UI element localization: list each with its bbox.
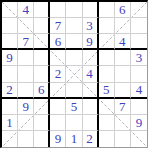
- cell-r1c9[interactable]: [131, 2, 147, 18]
- cell-r9c2[interactable]: [18, 131, 34, 147]
- cell-r2c3[interactable]: [34, 18, 50, 34]
- cell-r4c1[interactable]: 9: [2, 50, 18, 66]
- cell-r2c9[interactable]: [131, 18, 147, 34]
- cell-r4c2[interactable]: [18, 50, 34, 66]
- cell-r7c5[interactable]: 5: [66, 99, 82, 115]
- cell-r2c7[interactable]: [99, 18, 115, 34]
- cell-r3c9[interactable]: [131, 34, 147, 50]
- cell-r9c7[interactable]: [99, 131, 115, 147]
- cell-r3c1[interactable]: [2, 34, 18, 50]
- cell-r5c8[interactable]: [115, 66, 131, 82]
- cell-r7c1[interactable]: [2, 99, 18, 115]
- cell-r7c3[interactable]: [34, 99, 50, 115]
- cell-r4c8[interactable]: [115, 50, 131, 66]
- cell-r7c7[interactable]: [99, 99, 115, 115]
- cell-r3c3[interactable]: [34, 34, 50, 50]
- cell-r9c1[interactable]: [2, 131, 18, 147]
- cell-r9c8[interactable]: [115, 131, 131, 147]
- cell-r1c4[interactable]: [50, 2, 66, 18]
- cell-r8c3[interactable]: [34, 115, 50, 131]
- cell-r9c4[interactable]: 9: [50, 131, 66, 147]
- cell-r5c2[interactable]: [18, 66, 34, 82]
- cell-r9c6[interactable]: 2: [83, 131, 99, 147]
- cell-r4c3[interactable]: [34, 50, 50, 66]
- cell-r5c9[interactable]: [131, 66, 147, 82]
- cell-r1c2[interactable]: 4: [18, 2, 34, 18]
- cell-r6c7[interactable]: 5: [99, 83, 115, 99]
- cell-r8c4[interactable]: [50, 115, 66, 131]
- cell-r8c1[interactable]: 1: [2, 115, 18, 131]
- cell-r5c5[interactable]: [66, 66, 82, 82]
- cell-r2c2[interactable]: [18, 18, 34, 34]
- cell-r3c2[interactable]: 7: [18, 34, 34, 50]
- cell-r3c7[interactable]: [99, 34, 115, 50]
- cell-r6c4[interactable]: [50, 83, 66, 99]
- cell-r7c6[interactable]: [83, 99, 99, 115]
- cell-r5c1[interactable]: [2, 66, 18, 82]
- cell-r4c4[interactable]: [50, 50, 66, 66]
- cell-r8c5[interactable]: [66, 115, 82, 131]
- cell-r7c2[interactable]: 9: [18, 99, 34, 115]
- cell-r1c5[interactable]: [66, 2, 82, 18]
- cell-r2c6[interactable]: 3: [83, 18, 99, 34]
- cell-r3c4[interactable]: 6: [50, 34, 66, 50]
- cell-r3c5[interactable]: [66, 34, 82, 50]
- cell-r7c9[interactable]: [131, 99, 147, 115]
- cell-r9c9[interactable]: [131, 131, 147, 147]
- cell-r9c3[interactable]: [34, 131, 50, 147]
- cell-r7c4[interactable]: [50, 99, 66, 115]
- cell-r1c8[interactable]: 6: [115, 2, 131, 18]
- cell-r8c9[interactable]: 9: [131, 115, 147, 131]
- cell-r2c8[interactable]: [115, 18, 131, 34]
- cell-r6c6[interactable]: [83, 83, 99, 99]
- sudoku-board: 467376949324265495719912: [0, 0, 148, 148]
- cell-r5c6[interactable]: 4: [83, 66, 99, 82]
- cell-r8c8[interactable]: [115, 115, 131, 131]
- cell-r8c7[interactable]: [99, 115, 115, 131]
- cell-r6c3[interactable]: 6: [34, 83, 50, 99]
- cell-r2c4[interactable]: 7: [50, 18, 66, 34]
- cell-r2c5[interactable]: [66, 18, 82, 34]
- cell-r6c2[interactable]: [18, 83, 34, 99]
- cell-r8c2[interactable]: [18, 115, 34, 131]
- cell-r6c8[interactable]: [115, 83, 131, 99]
- cell-r1c6[interactable]: [83, 2, 99, 18]
- cell-r5c3[interactable]: [34, 66, 50, 82]
- cell-r7c8[interactable]: 7: [115, 99, 131, 115]
- cell-r6c9[interactable]: 4: [131, 83, 147, 99]
- cell-r5c4[interactable]: 2: [50, 66, 66, 82]
- cell-r1c1[interactable]: [2, 2, 18, 18]
- cell-r4c7[interactable]: [99, 50, 115, 66]
- cell-r1c3[interactable]: [34, 2, 50, 18]
- cell-r3c6[interactable]: 9: [83, 34, 99, 50]
- cell-r1c7[interactable]: [99, 2, 115, 18]
- cell-r2c1[interactable]: [2, 18, 18, 34]
- cell-r4c6[interactable]: [83, 50, 99, 66]
- cell-r4c5[interactable]: [66, 50, 82, 66]
- cell-r6c5[interactable]: [66, 83, 82, 99]
- cell-r3c8[interactable]: 4: [115, 34, 131, 50]
- cell-r4c9[interactable]: 3: [131, 50, 147, 66]
- cell-r5c7[interactable]: [99, 66, 115, 82]
- cell-r9c5[interactable]: 1: [66, 131, 82, 147]
- cell-r8c6[interactable]: [83, 115, 99, 131]
- cell-r6c1[interactable]: 2: [2, 83, 18, 99]
